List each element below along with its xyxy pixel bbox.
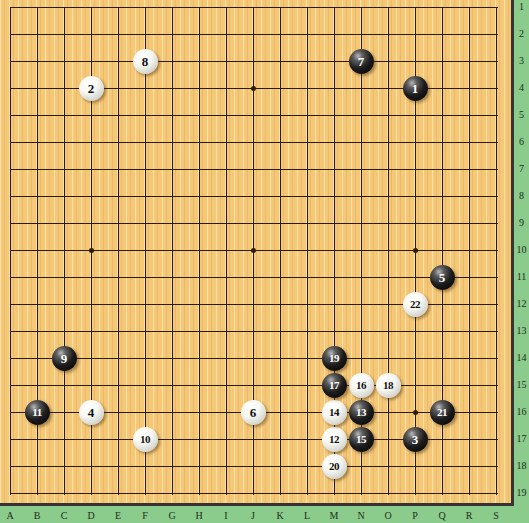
black-stone-move-15: 15	[349, 427, 374, 452]
col-label-G: G	[164, 509, 180, 522]
row-label-19: 19	[514, 487, 529, 499]
intersection-N15: 16	[348, 372, 375, 399]
move-number: 18	[383, 380, 393, 391]
move-number: 14	[329, 407, 339, 418]
star-point-dot	[413, 248, 418, 253]
col-label-A: A	[2, 509, 18, 522]
col-label-H: H	[191, 509, 207, 522]
white-stone-move-6: 6	[241, 400, 266, 425]
black-stone-move-7: 7	[349, 49, 374, 74]
move-number: 16	[356, 380, 366, 391]
intersection-M15: 17	[321, 372, 348, 399]
col-label-O: O	[380, 509, 396, 522]
black-stone-move-1: 1	[403, 76, 428, 101]
move-number: 13	[356, 407, 366, 418]
row-label-17: 17	[514, 433, 529, 445]
col-label-K: K	[272, 509, 288, 522]
row-label-11: 11	[514, 271, 529, 283]
goban-board[interactable]: 12345678910111213141516171819202122	[0, 0, 514, 506]
intersection-P4: 1	[402, 75, 429, 102]
row-label-4: 4	[514, 82, 529, 94]
move-number: 22	[410, 299, 420, 310]
move-number: 6	[250, 406, 257, 419]
intersection-Q16: 21	[429, 399, 456, 426]
white-stone-move-8: 8	[133, 49, 158, 74]
column-coordinate-strip: ABCDEFGHIJKLMNOPQRS	[0, 506, 514, 523]
intersection-B16: 11	[24, 399, 51, 426]
go-diagram-frame: 12345678910111213141516171819202122 1234…	[0, 0, 529, 523]
move-number: 8	[142, 55, 149, 68]
row-label-5: 5	[514, 109, 529, 121]
col-label-N: N	[353, 509, 369, 522]
move-number: 17	[329, 380, 339, 391]
col-label-C: C	[56, 509, 72, 522]
intersection-Q11: 5	[429, 264, 456, 291]
intersection-F17: 10	[132, 426, 159, 453]
col-label-F: F	[137, 509, 153, 522]
black-stone-move-21: 21	[430, 400, 455, 425]
move-number: 11	[32, 407, 41, 418]
black-stone-move-9: 9	[52, 346, 77, 371]
row-label-14: 14	[514, 352, 529, 364]
row-label-15: 15	[514, 379, 529, 391]
col-label-R: R	[461, 509, 477, 522]
white-stone-move-10: 10	[133, 427, 158, 452]
black-stone-move-19: 19	[322, 346, 347, 371]
white-stone-move-2: 2	[79, 76, 104, 101]
star-point-dot	[413, 410, 418, 415]
intersection-M16: 14	[321, 399, 348, 426]
col-label-J: J	[245, 509, 261, 522]
white-stone-move-22: 22	[403, 292, 428, 317]
intersection-D4: 2	[78, 75, 105, 102]
white-stone-move-4: 4	[79, 400, 104, 425]
row-label-6: 6	[514, 136, 529, 148]
move-number: 10	[140, 434, 150, 445]
col-label-S: S	[488, 509, 504, 522]
col-label-E: E	[110, 509, 126, 522]
row-label-18: 18	[514, 460, 529, 472]
move-number: 4	[88, 406, 95, 419]
intersection-O15: 18	[375, 372, 402, 399]
white-stone-move-18: 18	[376, 373, 401, 398]
star-point	[402, 237, 429, 264]
row-label-3: 3	[514, 55, 529, 67]
star-point	[240, 75, 267, 102]
intersection-M18: 20	[321, 453, 348, 480]
row-label-12: 12	[514, 298, 529, 310]
black-stone-move-17: 17	[322, 373, 347, 398]
black-stone-move-13: 13	[349, 400, 374, 425]
white-stone-move-12: 12	[322, 427, 347, 452]
intersection-N17: 15	[348, 426, 375, 453]
move-number: 9	[61, 352, 68, 365]
intersection-N16: 13	[348, 399, 375, 426]
intersection-M14: 19	[321, 345, 348, 372]
star-point-dot	[251, 248, 256, 253]
black-stone-move-3: 3	[403, 427, 428, 452]
move-number: 7	[358, 55, 365, 68]
col-label-P: P	[407, 509, 423, 522]
move-number: 19	[329, 353, 339, 364]
row-coordinate-strip: 12345678910111213141516171819	[514, 0, 529, 523]
move-number: 20	[329, 461, 339, 472]
row-label-10: 10	[514, 244, 529, 256]
intersection-F3: 8	[132, 48, 159, 75]
intersection-D16: 4	[78, 399, 105, 426]
star-point	[402, 399, 429, 426]
intersection-J16: 6	[240, 399, 267, 426]
intersection-M17: 12	[321, 426, 348, 453]
move-number: 1	[412, 82, 419, 95]
move-number: 12	[329, 434, 339, 445]
move-number: 5	[439, 271, 446, 284]
row-label-16: 16	[514, 406, 529, 418]
intersection-P12: 22	[402, 291, 429, 318]
star-point	[78, 237, 105, 264]
col-label-D: D	[83, 509, 99, 522]
intersection-C14: 9	[51, 345, 78, 372]
row-label-1: 1	[514, 1, 529, 13]
row-label-2: 2	[514, 28, 529, 40]
star-point	[240, 237, 267, 264]
white-stone-move-14: 14	[322, 400, 347, 425]
row-label-9: 9	[514, 217, 529, 229]
col-label-I: I	[218, 509, 234, 522]
intersection-P17: 3	[402, 426, 429, 453]
row-label-13: 13	[514, 325, 529, 337]
row-label-7: 7	[514, 163, 529, 175]
star-point-dot	[89, 248, 94, 253]
white-stone-move-20: 20	[322, 454, 347, 479]
move-number: 21	[437, 407, 447, 418]
black-stone-move-11: 11	[25, 400, 50, 425]
move-number: 3	[412, 433, 419, 446]
star-point-dot	[251, 86, 256, 91]
white-stone-move-16: 16	[349, 373, 374, 398]
intersection-N3: 7	[348, 48, 375, 75]
goban-intersections: 12345678910111213141516171819202122	[0, 0, 510, 507]
move-number: 2	[88, 82, 95, 95]
black-stone-move-5: 5	[430, 265, 455, 290]
col-label-L: L	[299, 509, 315, 522]
col-label-Q: Q	[434, 509, 450, 522]
col-label-B: B	[29, 509, 45, 522]
row-label-8: 8	[514, 190, 529, 202]
move-number: 15	[356, 434, 366, 445]
col-label-M: M	[326, 509, 342, 522]
